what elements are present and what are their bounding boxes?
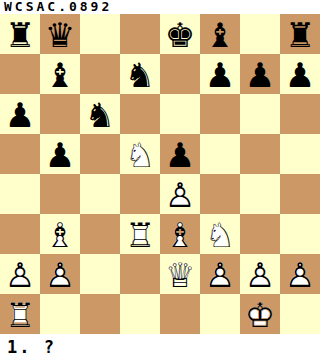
square-f1[interactable] xyxy=(200,294,240,334)
square-c7[interactable] xyxy=(80,54,120,94)
piece-white-knight: ♞♘ xyxy=(120,134,160,174)
square-b3[interactable]: ♝♗ xyxy=(40,214,80,254)
square-a5[interactable] xyxy=(0,134,40,174)
square-d3[interactable]: ♜♖ xyxy=(120,214,160,254)
square-d7[interactable]: ♞ xyxy=(120,54,160,94)
square-c8[interactable] xyxy=(80,14,120,54)
square-h5[interactable] xyxy=(280,134,320,174)
square-e5[interactable]: ♟ xyxy=(160,134,200,174)
square-h6[interactable] xyxy=(280,94,320,134)
piece-outline-layer: ♙ xyxy=(0,254,40,294)
square-g8[interactable] xyxy=(240,14,280,54)
square-g5[interactable] xyxy=(240,134,280,174)
square-b5[interactable]: ♟ xyxy=(40,134,80,174)
piece-white-pawn: ♟♙ xyxy=(0,254,40,294)
square-f2[interactable]: ♟♙ xyxy=(200,254,240,294)
piece-outline-layer: ♙ xyxy=(240,254,280,294)
square-b7[interactable]: ♝ xyxy=(40,54,80,94)
square-c4[interactable] xyxy=(80,174,120,214)
square-b8[interactable]: ♛ xyxy=(40,14,80,54)
square-e4[interactable]: ♟♙ xyxy=(160,174,200,214)
square-a6[interactable]: ♟ xyxy=(0,94,40,134)
piece-black-bishop: ♝ xyxy=(200,14,240,54)
square-f8[interactable]: ♝ xyxy=(200,14,240,54)
diagram-title: WCSAC.0892 xyxy=(4,0,112,14)
square-a8[interactable]: ♜ xyxy=(0,14,40,54)
square-c2[interactable] xyxy=(80,254,120,294)
piece-white-rook: ♜♖ xyxy=(120,214,160,254)
square-h1[interactable] xyxy=(280,294,320,334)
square-g3[interactable] xyxy=(240,214,280,254)
piece-white-rook: ♜♖ xyxy=(0,294,40,334)
square-f6[interactable] xyxy=(200,94,240,134)
piece-black-rook: ♜ xyxy=(280,14,320,54)
square-g4[interactable] xyxy=(240,174,280,214)
square-e1[interactable] xyxy=(160,294,200,334)
piece-black-pawn: ♟ xyxy=(200,54,240,94)
piece-outline-layer: ♘ xyxy=(120,134,160,174)
piece-black-pawn: ♟ xyxy=(280,54,320,94)
piece-outline-layer: ♗ xyxy=(40,214,80,254)
piece-black-pawn: ♟ xyxy=(240,54,280,94)
square-g1[interactable]: ♚♔ xyxy=(240,294,280,334)
square-f3[interactable]: ♞♘ xyxy=(200,214,240,254)
piece-outline-layer: ♖ xyxy=(120,214,160,254)
square-d8[interactable] xyxy=(120,14,160,54)
square-a3[interactable] xyxy=(0,214,40,254)
piece-outline-layer: ♙ xyxy=(160,174,200,214)
square-f4[interactable] xyxy=(200,174,240,214)
square-d6[interactable] xyxy=(120,94,160,134)
square-c5[interactable] xyxy=(80,134,120,174)
square-e6[interactable] xyxy=(160,94,200,134)
piece-black-knight: ♞ xyxy=(120,54,160,94)
piece-outline-layer: ♕ xyxy=(160,254,200,294)
square-e2[interactable]: ♛♕ xyxy=(160,254,200,294)
piece-outline-layer: ♔ xyxy=(240,294,280,334)
piece-black-king: ♚ xyxy=(160,14,200,54)
square-c6[interactable]: ♞ xyxy=(80,94,120,134)
square-d4[interactable] xyxy=(120,174,160,214)
piece-white-pawn: ♟♙ xyxy=(160,174,200,214)
square-b1[interactable] xyxy=(40,294,80,334)
square-b2[interactable]: ♟♙ xyxy=(40,254,80,294)
square-g6[interactable] xyxy=(240,94,280,134)
square-a1[interactable]: ♜♖ xyxy=(0,294,40,334)
piece-black-bishop: ♝ xyxy=(40,54,80,94)
piece-black-pawn: ♟ xyxy=(0,94,40,134)
square-d1[interactable] xyxy=(120,294,160,334)
piece-outline-layer: ♙ xyxy=(200,254,240,294)
square-h3[interactable] xyxy=(280,214,320,254)
piece-outline-layer: ♙ xyxy=(280,254,320,294)
move-prompt: 1. ? xyxy=(7,337,56,357)
square-c1[interactable] xyxy=(80,294,120,334)
square-a2[interactable]: ♟♙ xyxy=(0,254,40,294)
square-f7[interactable]: ♟ xyxy=(200,54,240,94)
piece-white-queen: ♛♕ xyxy=(160,254,200,294)
piece-outline-layer: ♙ xyxy=(40,254,80,294)
square-e3[interactable]: ♝♗ xyxy=(160,214,200,254)
piece-white-knight: ♞♘ xyxy=(200,214,240,254)
square-a7[interactable] xyxy=(0,54,40,94)
square-b4[interactable] xyxy=(40,174,80,214)
piece-white-bishop: ♝♗ xyxy=(40,214,80,254)
piece-white-pawn: ♟♙ xyxy=(280,254,320,294)
square-h2[interactable]: ♟♙ xyxy=(280,254,320,294)
piece-black-pawn: ♟ xyxy=(160,134,200,174)
piece-white-king: ♚♔ xyxy=(240,294,280,334)
square-b6[interactable] xyxy=(40,94,80,134)
piece-black-knight: ♞ xyxy=(80,94,120,134)
square-e7[interactable] xyxy=(160,54,200,94)
piece-white-bishop: ♝♗ xyxy=(160,214,200,254)
square-d2[interactable] xyxy=(120,254,160,294)
square-h4[interactable] xyxy=(280,174,320,214)
square-g7[interactable]: ♟ xyxy=(240,54,280,94)
chess-diagram-window: WCSAC.0892 ♜♛♚♝♜♝♞♟♟♟♟♞♟♞♘♟♟♙♝♗♜♖♝♗♞♘♟♙♟… xyxy=(0,0,320,360)
square-g2[interactable]: ♟♙ xyxy=(240,254,280,294)
square-c3[interactable] xyxy=(80,214,120,254)
piece-outline-layer: ♘ xyxy=(200,214,240,254)
piece-black-queen: ♛ xyxy=(40,14,80,54)
piece-white-pawn: ♟♙ xyxy=(40,254,80,294)
piece-black-pawn: ♟ xyxy=(40,134,80,174)
piece-black-rook: ♜ xyxy=(0,14,40,54)
square-f5[interactable] xyxy=(200,134,240,174)
piece-outline-layer: ♗ xyxy=(160,214,200,254)
square-h8[interactable]: ♜ xyxy=(280,14,320,54)
square-e8[interactable]: ♚ xyxy=(160,14,200,54)
square-a4[interactable] xyxy=(0,174,40,214)
chess-board: ♜♛♚♝♜♝♞♟♟♟♟♞♟♞♘♟♟♙♝♗♜♖♝♗♞♘♟♙♟♙♛♕♟♙♟♙♟♙♜♖… xyxy=(0,14,320,334)
piece-white-pawn: ♟♙ xyxy=(200,254,240,294)
piece-white-pawn: ♟♙ xyxy=(240,254,280,294)
piece-outline-layer: ♖ xyxy=(0,294,40,334)
square-d5[interactable]: ♞♘ xyxy=(120,134,160,174)
square-h7[interactable]: ♟ xyxy=(280,54,320,94)
